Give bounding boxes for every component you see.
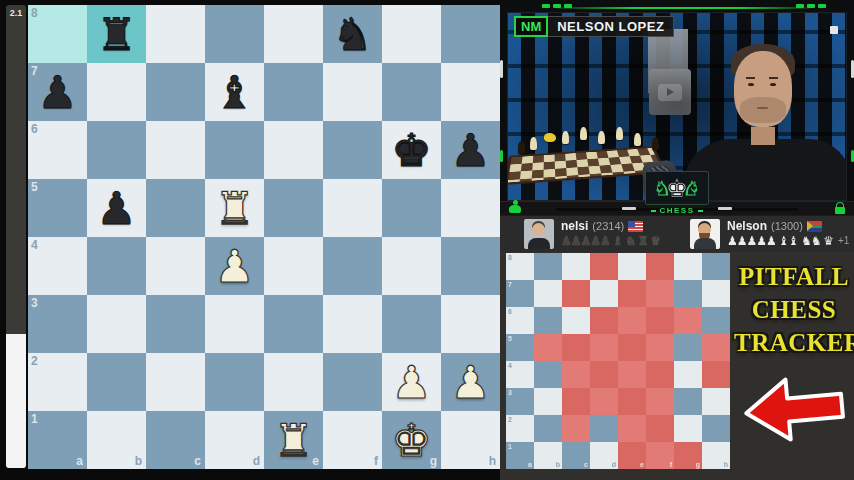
board-file-label-h: h (489, 455, 496, 467)
heatmap-square-a2: 2 (506, 415, 534, 442)
board-file-label-d: d (253, 455, 260, 467)
board-rank-label-4: 4 (31, 239, 38, 251)
demo-chess-pieces (512, 121, 664, 155)
board-square-h3[interactable] (441, 295, 500, 353)
board-square-a8[interactable]: 8 (28, 5, 87, 63)
board-square-b4[interactable] (87, 237, 146, 295)
board-square-f1[interactable]: f (323, 411, 382, 469)
heatmap-rank-label-6: 6 (508, 308, 512, 315)
board-square-a3[interactable]: 3 (28, 295, 87, 353)
heatmap-file-label-f: f (670, 461, 672, 468)
heatmap-square-e2 (618, 415, 646, 442)
tracker-title-line1: PITFALL (734, 260, 854, 293)
board-square-e2[interactable] (264, 353, 323, 411)
board-square-a7[interactable]: 7♟ (28, 63, 87, 121)
board-square-d1[interactable]: d (205, 411, 264, 469)
bar-dash (718, 207, 732, 210)
board-file-label-a: a (76, 455, 83, 467)
eval-bar-white (6, 334, 26, 468)
heatmap-square-b2 (534, 415, 562, 442)
board-square-b5[interactable]: ♟ (87, 179, 146, 237)
board-square-c8[interactable] (146, 5, 205, 63)
streamer-mouth (757, 107, 768, 109)
heatmap-square-c3 (562, 388, 590, 415)
heatmap-square-b3 (534, 388, 562, 415)
board-square-f5[interactable] (323, 179, 382, 237)
eval-score: 2.1 (6, 8, 26, 18)
heatmap-square-b6 (534, 307, 562, 334)
heatmap-square-e4 (618, 361, 646, 388)
heatmap-square-h2 (702, 415, 730, 442)
board-file-label-c: c (194, 455, 201, 467)
king-icon: ♚ (666, 176, 688, 201)
board-file-label-b: b (135, 455, 142, 467)
heatmap-square-f8 (646, 253, 674, 280)
heatmap-square-e7 (618, 280, 646, 307)
white-pawn: ♟ (382, 353, 441, 411)
streamer-brow (769, 77, 778, 79)
heatmap-square-g2 (674, 415, 702, 442)
heatmap-file-label-d: d (612, 461, 616, 468)
heatmap-square-f2 (646, 415, 674, 442)
logo-chess-text: CHESS (659, 206, 694, 215)
tracker-title-line3: TRACKER (734, 326, 854, 359)
board-square-h6[interactable]: ♟ (441, 121, 500, 179)
viewer-person-icon (509, 205, 521, 213)
board-square-g1[interactable]: g♚ (382, 411, 441, 469)
za-flag-icon (807, 221, 822, 232)
heatmap-square-c2 (562, 415, 590, 442)
board-square-g2[interactable]: ♟ (382, 353, 441, 411)
player-right: Nelson (1300) ♟♟♟♟♟ ♝♝ ♞♞ ♛ +1 (690, 219, 849, 249)
board-square-h8[interactable] (441, 5, 500, 63)
black-pawn: ♟ (441, 121, 500, 179)
board-square-c7[interactable] (146, 63, 205, 121)
heatmap-square-b5 (534, 334, 562, 361)
black-bishop: ♝ (205, 63, 264, 121)
heatmap-square-h6 (702, 307, 730, 334)
heatmap-square-f7 (646, 280, 674, 307)
webcam-panel: NM NELSON LOPEZ ♞ ♚ ♞ CHESS (500, 0, 854, 215)
board-square-e8[interactable] (264, 5, 323, 63)
heatmap-file-label-c: c (584, 461, 588, 468)
heatmap-square-f6 (646, 307, 674, 334)
player-left-name: nelsi (561, 219, 588, 233)
corner-square-icon (830, 26, 838, 34)
heatmap-square-e5 (618, 334, 646, 361)
heatmap-square-f1: f (646, 442, 674, 469)
board-square-a1[interactable]: 1a (28, 411, 87, 469)
heatmap-square-c7 (562, 280, 590, 307)
board-square-c6[interactable] (146, 121, 205, 179)
board-square-d5[interactable]: ♜ (205, 179, 264, 237)
heatmap-square-g1: g (674, 442, 702, 469)
heatmap-square-c5 (562, 334, 590, 361)
board-square-d7[interactable]: ♝ (205, 63, 264, 121)
green-dashes-right-icon (796, 4, 826, 8)
board-square-h7[interactable] (441, 63, 500, 121)
board-rank-label-2: 2 (31, 355, 38, 367)
board-square-e5[interactable] (264, 179, 323, 237)
heatmap-square-a4: 4 (506, 361, 534, 388)
player-right-avatar (690, 219, 720, 249)
board-square-d3[interactable] (205, 295, 264, 353)
heatmap-square-g3 (674, 388, 702, 415)
board-square-b2[interactable] (87, 353, 146, 411)
streamer-name: NELSON LOPEZ (548, 16, 674, 37)
heatmap-rank-label-5: 5 (508, 335, 512, 342)
heatmap-square-c1: c (562, 442, 590, 469)
red-left-arrow-icon (739, 369, 849, 448)
heatmap-square-d7 (590, 280, 618, 307)
heatmap-square-h5 (702, 334, 730, 361)
heatmap-square-a8: 8 (506, 253, 534, 280)
heatmap-square-h8 (702, 253, 730, 280)
heatmap-square-d2 (590, 415, 618, 442)
board-square-f8[interactable]: ♞ (323, 5, 382, 63)
board-square-g5[interactable] (382, 179, 441, 237)
board-file-label-f: f (374, 455, 378, 467)
frame-tick (500, 60, 503, 78)
board-rank-label-1: 1 (31, 413, 38, 425)
board-square-h2[interactable]: ♟ (441, 353, 500, 411)
board-square-a5[interactable]: 5 (28, 179, 87, 237)
black-knight: ♞ (323, 5, 382, 63)
white-king: ♚ (382, 411, 441, 469)
white-pawn: ♟ (441, 353, 500, 411)
heatmap-square-a6: 6 (506, 307, 534, 334)
heatmap-rank-label-7: 7 (508, 281, 512, 288)
screenshot-root: 2.1 8♜♞7♟♝6♚♟5♟♜4♟32♟♟1abcde♜fg♚h (0, 0, 854, 480)
board-rank-label-3: 3 (31, 297, 38, 309)
heatmap-square-e1: e (618, 442, 646, 469)
chess-board: 8♜♞7♟♝6♚♟5♟♜4♟32♟♟1abcde♜fg♚h (28, 5, 500, 469)
heatmap-rank-label-4: 4 (508, 362, 512, 369)
captured-glyphs: ♟♟♟♟♟ ♝♝ ♞♞ ♛ (727, 233, 833, 249)
board-square-a2[interactable]: 2 (28, 353, 87, 411)
board-square-e4[interactable] (264, 237, 323, 295)
board-square-a4[interactable]: 4 (28, 237, 87, 295)
player-left-captured-pieces: ♟♟♟♟♟ ♝ ♞ ♜ ♛ (561, 233, 660, 249)
heatmap-square-c4 (562, 361, 590, 388)
board-square-b7[interactable] (87, 63, 146, 121)
rubber-duck (544, 133, 556, 142)
player-right-rating: (1300) (771, 220, 803, 232)
board-square-a6[interactable]: 6 (28, 121, 87, 179)
board-square-b1[interactable]: b (87, 411, 146, 469)
player-right-name: Nelson (727, 219, 767, 233)
board-square-b8[interactable]: ♜ (87, 5, 146, 63)
heatmap-rank-label-8: 8 (508, 254, 512, 261)
board-square-b6[interactable] (87, 121, 146, 179)
board-square-e6[interactable] (264, 121, 323, 179)
heatmap-file-label-e: e (640, 461, 644, 468)
heatmap-square-d3 (590, 388, 618, 415)
heatmap-square-f3 (646, 388, 674, 415)
lock-icon (835, 207, 845, 214)
board-square-g3[interactable] (382, 295, 441, 353)
heatmap-square-g7 (674, 280, 702, 307)
material-advantage: +1 (838, 233, 849, 249)
board-square-d6[interactable] (205, 121, 264, 179)
heatmap-square-a7: 7 (506, 280, 534, 307)
board-square-g4[interactable] (382, 237, 441, 295)
logo-emblem: ♞ ♚ ♞ (645, 171, 709, 205)
streamer-head (734, 51, 792, 127)
streamer-eye (748, 83, 754, 86)
player-left-avatar (524, 219, 554, 249)
heatmap-rank-label-2: 2 (508, 416, 512, 423)
frame-tick-green (500, 150, 503, 162)
board-square-c2[interactable] (146, 353, 205, 411)
heatmap-rank-label-3: 3 (508, 389, 512, 396)
white-rook: ♜ (205, 179, 264, 237)
board-square-g8[interactable] (382, 5, 441, 63)
board-square-c5[interactable] (146, 179, 205, 237)
heatmap-square-c6 (562, 307, 590, 334)
board-square-d8[interactable] (205, 5, 264, 63)
board-square-d4[interactable]: ♟ (205, 237, 264, 295)
heatmap-square-g5 (674, 334, 702, 361)
tracker-panel: 87654321abcdefgh PITFALL CHESS TRACKER (500, 252, 854, 480)
heatmap-square-d5 (590, 334, 618, 361)
heatmap-file-label-h: h (724, 461, 728, 468)
heatmap-square-h3 (702, 388, 730, 415)
heatmap-square-e3 (618, 388, 646, 415)
heatmap-square-a5: 5 (506, 334, 534, 361)
board-square-b3[interactable] (87, 295, 146, 353)
black-king: ♚ (382, 121, 441, 179)
board-square-f2[interactable] (323, 353, 382, 411)
heatmap-square-a3: 3 (506, 388, 534, 415)
board-square-c3[interactable] (146, 295, 205, 353)
player-left: nelsi (2314) ♟♟♟♟♟ ♝ ♞ ♜ ♛ (524, 219, 660, 249)
heatmap-square-b1: b (534, 442, 562, 469)
board-square-c4[interactable] (146, 237, 205, 295)
board-square-f7[interactable] (323, 63, 382, 121)
heatmap-square-a1: 1a (506, 442, 534, 469)
streamer-brow (746, 77, 755, 79)
board-square-e7[interactable] (264, 63, 323, 121)
heatmap-file-label-g: g (696, 461, 700, 468)
board-square-e3[interactable] (264, 295, 323, 353)
player-left-rating: (2314) (592, 220, 624, 232)
board-square-g7[interactable] (382, 63, 441, 121)
nm-title-badge: NM (514, 16, 548, 37)
heatmap-square-f4 (646, 361, 674, 388)
heatmap-square-g4 (674, 361, 702, 388)
heatmap-file-label-b: b (556, 461, 560, 468)
board-rank-label-8: 8 (31, 7, 38, 19)
logo-chess-text-row: CHESS (645, 206, 709, 215)
board-square-c1[interactable]: c (146, 411, 205, 469)
heatmap-square-g8 (674, 253, 702, 280)
player-right-captured-pieces: ♟♟♟♟♟ ♝♝ ♞♞ ♛ +1 (727, 233, 849, 249)
board-square-g6[interactable]: ♚ (382, 121, 441, 179)
streamer-badge: NM NELSON LOPEZ (514, 16, 674, 37)
heatmap-square-d4 (590, 361, 618, 388)
heatmap-square-h4 (702, 361, 730, 388)
black-pawn: ♟ (87, 179, 146, 237)
heatmap-square-f5 (646, 334, 674, 361)
board-rank-label-5: 5 (31, 181, 38, 193)
heatmap-square-b8 (534, 253, 562, 280)
heatmap-square-d1: d (590, 442, 618, 469)
board-square-h5[interactable] (441, 179, 500, 237)
streamer-eye (770, 83, 776, 86)
evaluation-bar: 2.1 (6, 5, 26, 468)
heatmap-square-e6 (618, 307, 646, 334)
pitfall-heatmap-board: 87654321abcdefgh (506, 253, 730, 469)
us-flag-icon (628, 221, 643, 232)
board-square-f3[interactable] (323, 295, 382, 353)
chess-vibes-logo: ♞ ♚ ♞ CHESS (645, 171, 709, 215)
heatmap-square-e8 (618, 253, 646, 280)
heatmap-file-label-a: a (528, 461, 532, 468)
heatmap-square-b4 (534, 361, 562, 388)
board-square-h1[interactable]: h (441, 411, 500, 469)
heatmap-square-g6 (674, 307, 702, 334)
heatmap-square-h7 (702, 280, 730, 307)
white-rook: ♜ (264, 411, 323, 469)
bar-dash (622, 207, 636, 210)
board-square-e1[interactable]: e♜ (264, 411, 323, 469)
tracker-sidebar: PITFALL CHESS TRACKER (734, 260, 854, 447)
green-accent-line (558, 7, 810, 9)
board-square-h4[interactable] (441, 237, 500, 295)
tracker-title-line2: CHESS (734, 293, 854, 326)
heatmap-square-h1: h (702, 442, 730, 469)
black-rook: ♜ (87, 5, 146, 63)
heatmap-square-d8 (590, 253, 618, 280)
black-pawn: ♟ (28, 63, 87, 121)
board-rank-label-6: 6 (31, 123, 38, 135)
heatmap-square-d6 (590, 307, 618, 334)
board-square-d2[interactable] (205, 353, 264, 411)
heatmap-square-b7 (534, 280, 562, 307)
heatmap-rank-label-1: 1 (508, 443, 512, 450)
heatmap-square-c8 (562, 253, 590, 280)
streamer-neck (751, 127, 775, 145)
white-pawn: ♟ (205, 237, 264, 295)
board-square-f4[interactable] (323, 237, 382, 295)
board-square-f6[interactable] (323, 121, 382, 179)
player-info-bar: nelsi (2314) ♟♟♟♟♟ ♝ ♞ ♜ ♛ Nelson (1300)… (500, 215, 854, 252)
